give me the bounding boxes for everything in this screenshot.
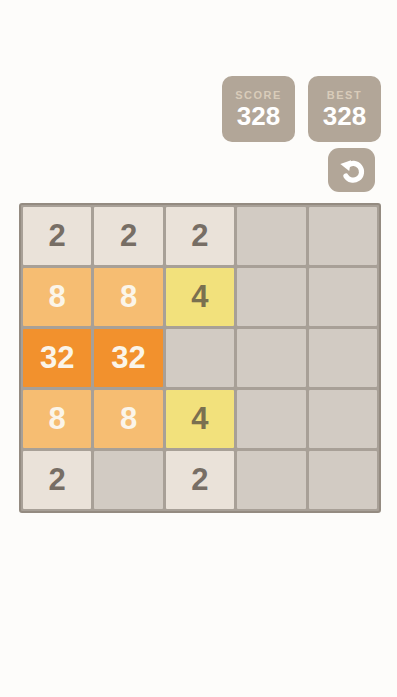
empty-cell-r3c4 (237, 329, 305, 387)
tile-2-r1c2: 2 (94, 207, 162, 265)
tile-8-r2c2: 8 (94, 268, 162, 326)
empty-cell-r4c4 (237, 390, 305, 448)
empty-cell-r1c4 (237, 207, 305, 265)
tile-2-r5c1: 2 (23, 451, 91, 509)
tile-4-r2c3: 4 (166, 268, 234, 326)
empty-cell-r2c4 (237, 268, 305, 326)
best-label: BEST (327, 88, 362, 102)
tile-8-r4c1: 8 (23, 390, 91, 448)
empty-cell-r3c3 (166, 329, 234, 387)
tile-2-r5c3: 2 (166, 451, 234, 509)
undo-button[interactable] (328, 148, 375, 192)
empty-cell-r4c5 (309, 390, 377, 448)
game-screen: SCORE 328 BEST 328 222884323288422 (0, 0, 397, 697)
empty-cell-r1c5 (309, 207, 377, 265)
score-label: SCORE (235, 88, 282, 102)
tile-32-r3c2: 32 (94, 329, 162, 387)
tile-2-r1c1: 2 (23, 207, 91, 265)
empty-cell-r3c5 (309, 329, 377, 387)
tile-8-r2c1: 8 (23, 268, 91, 326)
tile-2-r1c3: 2 (166, 207, 234, 265)
tile-8-r4c2: 8 (94, 390, 162, 448)
best-value: 328 (323, 102, 366, 130)
board[interactable]: 222884323288422 (19, 203, 381, 513)
empty-cell-r5c4 (237, 451, 305, 509)
tile-4-r4c3: 4 (166, 390, 234, 448)
empty-cell-r5c2 (94, 451, 162, 509)
score-box: SCORE 328 (222, 76, 295, 142)
empty-cell-r5c5 (309, 451, 377, 509)
score-value: 328 (237, 102, 280, 130)
tile-32-r3c1: 32 (23, 329, 91, 387)
empty-cell-r2c5 (309, 268, 377, 326)
best-box: BEST 328 (308, 76, 381, 142)
undo-arrow-icon (337, 156, 367, 184)
